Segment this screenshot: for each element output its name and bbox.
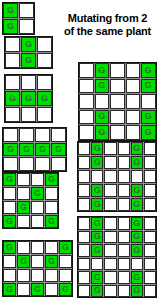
plant-cell: G: [37, 91, 52, 106]
empty-cell: [37, 75, 52, 90]
empty-cell: [144, 170, 156, 183]
empty-cell: [59, 255, 72, 268]
plant-cell: G: [59, 283, 72, 296]
empty-cell: [45, 241, 58, 254]
plant-cell: G: [131, 244, 143, 257]
empty-cell: [3, 201, 16, 214]
plant-cell: G: [31, 283, 44, 296]
empty-cell: [118, 217, 130, 230]
empty-cell: [110, 125, 125, 140]
empty-cell: [19, 157, 34, 171]
empty-cell: [126, 110, 141, 125]
empty-cell: [59, 269, 72, 282]
empty-cell: [144, 156, 156, 169]
empty-cell: [104, 258, 116, 271]
plant-cell: G: [131, 142, 143, 155]
empty-cell: [79, 79, 94, 94]
empty-cell: [118, 170, 130, 183]
empty-cell: [118, 285, 130, 298]
plant-cell: G: [91, 231, 103, 244]
empty-cell: [17, 173, 30, 186]
plant-cell: G: [91, 184, 103, 197]
plant-cell: G: [3, 283, 16, 296]
plant-cell: G: [21, 91, 36, 106]
plant-cell: G: [45, 255, 58, 268]
plant-cell: G: [3, 241, 16, 254]
plant-cell: G: [91, 217, 103, 230]
plant-cell: G: [3, 19, 18, 34]
empty-cell: [37, 107, 52, 122]
empty-cell: [104, 285, 116, 298]
empty-cell: [91, 258, 103, 271]
plant-cell: G: [131, 156, 143, 169]
empty-cell: [31, 173, 44, 186]
empty-cell: [45, 201, 58, 214]
empty-cell: [17, 187, 30, 200]
empty-cell: [78, 170, 90, 183]
empty-cell: [21, 75, 36, 90]
empty-cell: [118, 231, 130, 244]
empty-cell: [144, 258, 156, 271]
empty-cell: [78, 285, 90, 298]
empty-cell: [78, 142, 90, 155]
plant-cell: G: [141, 79, 156, 94]
empty-cell: [110, 79, 125, 94]
empty-cell: [45, 283, 58, 296]
plant-cell: G: [45, 215, 58, 228]
empty-cell: [78, 271, 90, 284]
empty-cell: [144, 217, 156, 230]
plant-cell: G: [95, 125, 110, 140]
empty-cell: [19, 19, 34, 34]
empty-cell: [79, 125, 94, 140]
planting-grid-6x6: GGGGGGGGGG: [77, 216, 157, 298]
empty-cell: [126, 125, 141, 140]
empty-cell: [3, 269, 16, 282]
plant-cell: G: [5, 91, 20, 106]
empty-cell: [21, 107, 36, 122]
empty-cell: [51, 128, 66, 142]
empty-cell: [131, 258, 143, 271]
empty-cell: [79, 110, 94, 125]
plant-cell: G: [141, 63, 156, 78]
empty-cell: [126, 94, 141, 109]
planting-grid-5x4: GGGGGGG: [2, 240, 73, 297]
empty-cell: [37, 53, 52, 68]
plant-cell: G: [91, 142, 103, 155]
empty-cell: [17, 269, 30, 282]
plant-cell: G: [95, 79, 110, 94]
empty-cell: [78, 244, 90, 257]
empty-cell: [5, 75, 20, 90]
empty-cell: [104, 156, 116, 169]
plant-cell: G: [3, 173, 16, 186]
plant-cell: G: [131, 271, 143, 284]
plant-cell: G: [17, 201, 30, 214]
empty-cell: [19, 3, 34, 18]
empty-cell: [17, 241, 30, 254]
plant-cell: G: [3, 143, 18, 157]
empty-cell: [78, 184, 90, 197]
planting-grid-6x5: GGGGGGGG: [77, 141, 157, 212]
empty-cell: [104, 244, 116, 257]
plant-cell: G: [131, 217, 143, 230]
plant-cell: G: [19, 143, 34, 157]
plant-cell: G: [95, 110, 110, 125]
empty-cell: [118, 184, 130, 197]
empty-cell: [144, 244, 156, 257]
plant-cell: G: [21, 37, 36, 52]
empty-cell: [110, 63, 125, 78]
empty-cell: [118, 258, 130, 271]
empty-cell: [78, 198, 90, 211]
title-line-2: of the same plant: [56, 25, 159, 38]
plant-cell: G: [91, 244, 103, 257]
plant-cell: G: [59, 241, 72, 254]
title-line-1: Mutating from 2: [56, 12, 159, 25]
empty-cell: [78, 156, 90, 169]
empty-cell: [78, 231, 90, 244]
empty-cell: [110, 110, 125, 125]
empty-cell: [31, 201, 44, 214]
plant-cell: G: [91, 271, 103, 284]
empty-cell: [144, 231, 156, 244]
plant-cell: G: [17, 255, 30, 268]
empty-cell: [126, 63, 141, 78]
planting-grid-3x3: GGG: [4, 74, 53, 123]
empty-cell: [118, 271, 130, 284]
empty-cell: [104, 184, 116, 197]
empty-cell: [91, 170, 103, 183]
plant-cell: G: [3, 215, 16, 228]
empty-cell: [144, 271, 156, 284]
empty-cell: [31, 255, 44, 268]
empty-cell: [78, 217, 90, 230]
empty-cell: [37, 37, 52, 52]
empty-cell: [35, 157, 50, 171]
plant-cell: G: [51, 143, 66, 157]
empty-cell: [5, 53, 20, 68]
empty-cell: [17, 283, 30, 296]
empty-cell: [79, 63, 94, 78]
empty-cell: [141, 94, 156, 109]
empty-cell: [45, 187, 58, 200]
empty-cell: [118, 142, 130, 155]
empty-cell: [104, 231, 116, 244]
planting-grid-2x2: GG: [2, 2, 35, 35]
empty-cell: [144, 198, 156, 211]
empty-cell: [3, 187, 16, 200]
plant-cell: G: [131, 231, 143, 244]
empty-cell: [51, 157, 66, 171]
plant-cell: G: [91, 285, 103, 298]
empty-cell: [104, 271, 116, 284]
empty-cell: [118, 156, 130, 169]
plant-cell: G: [141, 125, 156, 140]
empty-cell: [118, 198, 130, 211]
plant-cell: G: [3, 3, 18, 18]
plant-cell: G: [95, 63, 110, 78]
plant-cell: G: [91, 198, 103, 211]
empty-cell: [144, 142, 156, 155]
plant-cell: G: [141, 110, 156, 125]
diagram-canvas: Mutating from 2 of the same plant GG GG …: [0, 0, 159, 299]
empty-cell: [126, 79, 141, 94]
plant-cell: G: [131, 285, 143, 298]
empty-cell: [79, 94, 94, 109]
empty-cell: [5, 107, 20, 122]
empty-cell: [131, 170, 143, 183]
empty-cell: [144, 285, 156, 298]
empty-cell: [104, 198, 116, 211]
empty-cell: [104, 217, 116, 230]
empty-cell: [3, 157, 18, 171]
planting-grid-3x2: GG: [4, 36, 53, 69]
empty-cell: [144, 184, 156, 197]
empty-cell: [5, 37, 20, 52]
empty-cell: [45, 269, 58, 282]
empty-cell: [31, 215, 44, 228]
plant-cell: G: [31, 187, 44, 200]
plant-cell: G: [21, 53, 36, 68]
empty-cell: [118, 244, 130, 257]
empty-cell: [31, 241, 44, 254]
plant-cell: G: [131, 184, 143, 197]
diagram-title: Mutating from 2 of the same plant: [56, 12, 159, 38]
empty-cell: [3, 128, 18, 142]
empty-cell: [19, 128, 34, 142]
empty-cell: [104, 142, 116, 155]
plant-cell: G: [131, 198, 143, 211]
planting-grid-4x3: GGGG: [2, 127, 67, 172]
planting-grid-4x4: GGGGGG: [2, 172, 59, 229]
empty-cell: [78, 258, 90, 271]
empty-cell: [31, 269, 44, 282]
empty-cell: [104, 170, 116, 183]
planting-grid-5x5: GGGGGGGG: [78, 62, 157, 141]
empty-cell: [95, 94, 110, 109]
empty-cell: [3, 255, 16, 268]
empty-cell: [110, 94, 125, 109]
empty-cell: [35, 128, 50, 142]
plant-cell: G: [91, 156, 103, 169]
plant-cell: G: [35, 143, 50, 157]
plant-cell: G: [45, 173, 58, 186]
empty-cell: [17, 215, 30, 228]
